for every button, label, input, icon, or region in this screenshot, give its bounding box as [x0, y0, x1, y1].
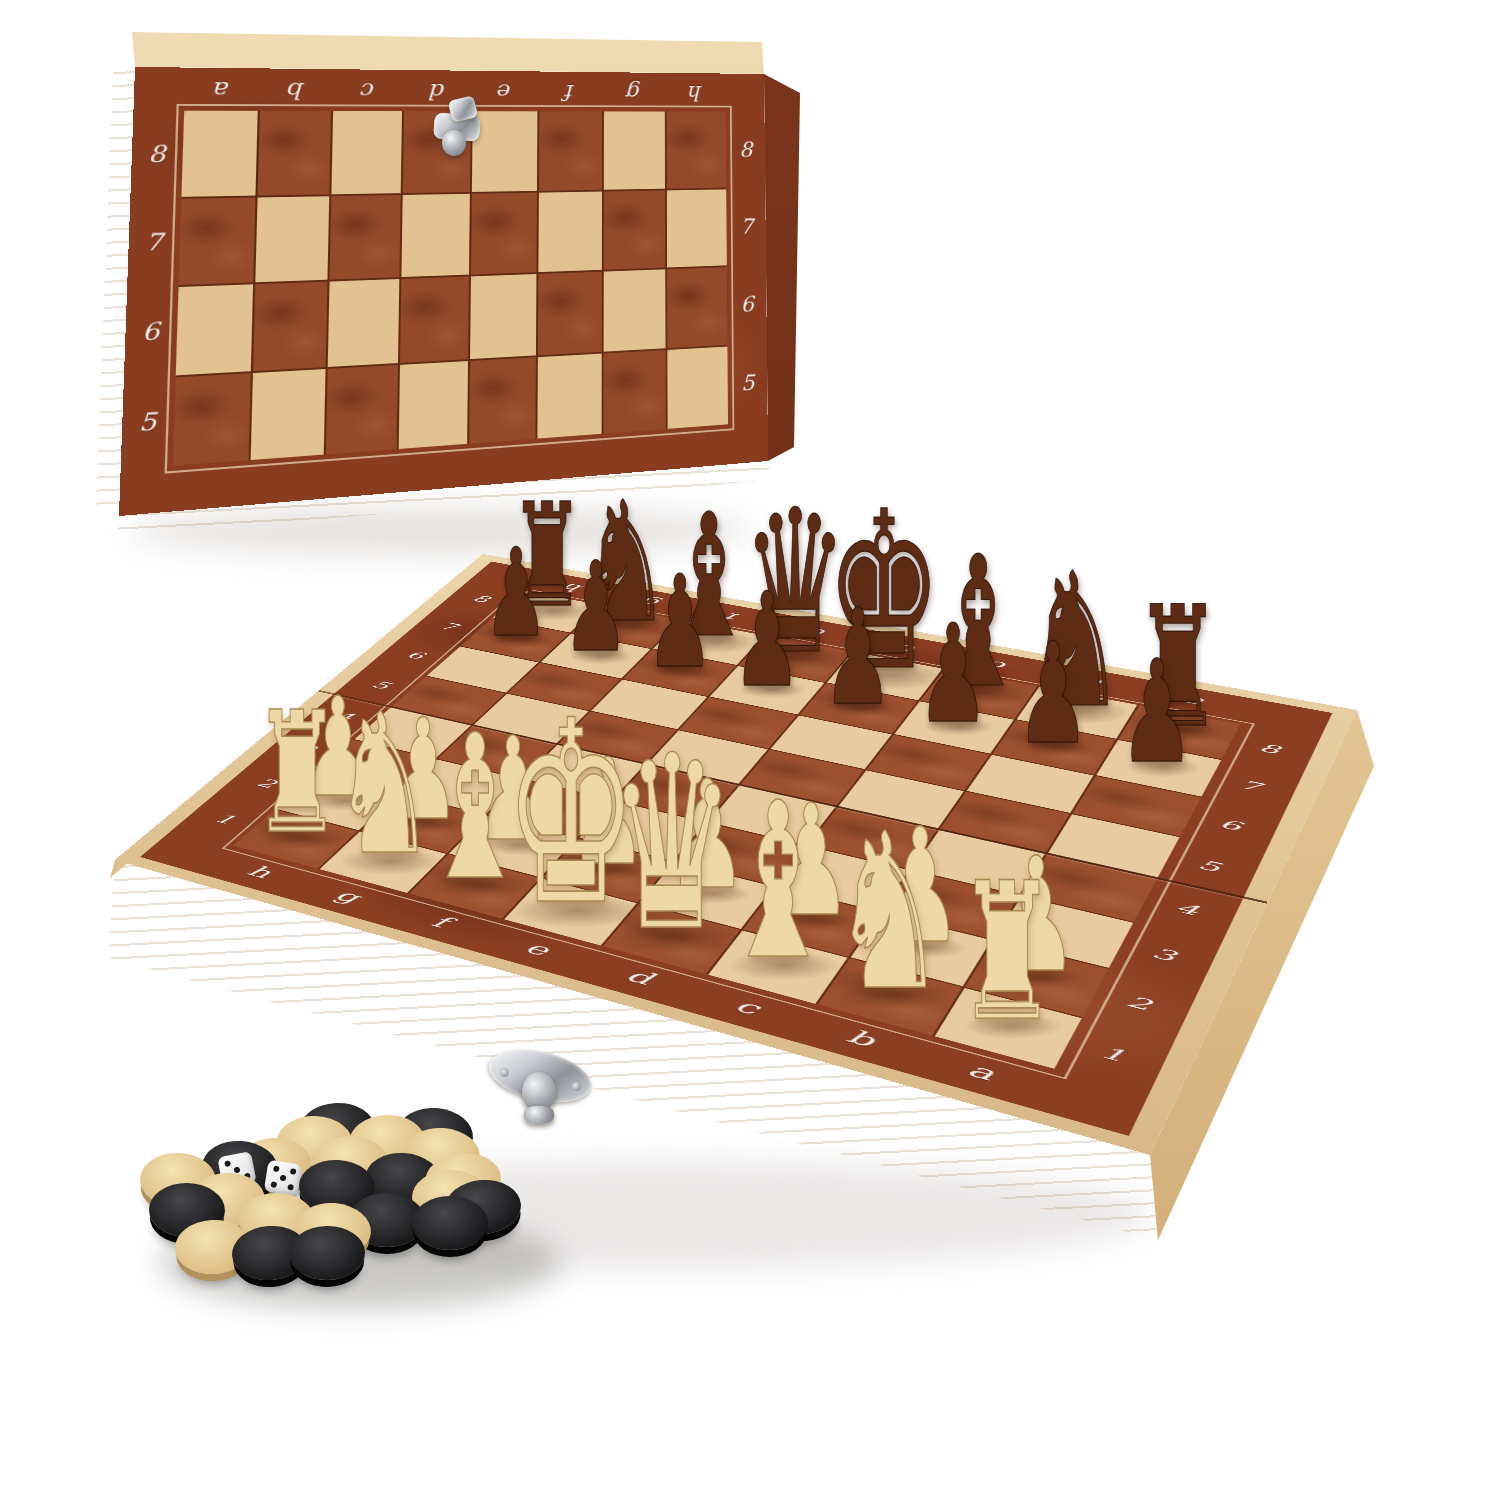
box-coordinate-label: h — [676, 80, 715, 104]
box-square — [258, 111, 331, 195]
box-coordinate-label: 8 — [727, 138, 765, 162]
box-square — [181, 111, 257, 197]
box-coordinate-label: 7 — [128, 228, 179, 257]
box-coordinate-label: a — [198, 76, 247, 103]
box-coordinate-label: 5 — [122, 406, 174, 438]
box-square — [176, 284, 253, 375]
box-square — [470, 274, 536, 359]
box-square — [538, 272, 602, 355]
box-square — [667, 346, 728, 429]
box-square — [667, 267, 727, 348]
die-pip — [280, 1175, 287, 1182]
box-coordinate-label: f — [550, 79, 591, 104]
box-square — [537, 353, 601, 438]
die-pip — [287, 1184, 294, 1191]
box-square — [326, 364, 398, 454]
box-square — [469, 357, 536, 444]
box-checker-grid — [173, 111, 728, 466]
box-square — [401, 193, 469, 277]
die-pip — [289, 1168, 296, 1175]
box-coordinate-label: 7 — [727, 214, 765, 239]
box-square — [251, 369, 326, 461]
dark-checker-disc — [412, 1196, 488, 1250]
box-square — [604, 190, 666, 270]
box-square — [539, 111, 602, 190]
product-photo-scene: abcdefgh88776655 hhggffeeddccbbaa8877665… — [0, 0, 1500, 1500]
box-square — [330, 195, 401, 280]
box-square — [253, 282, 327, 371]
die-pip — [272, 1165, 279, 1172]
box-coordinate-label: g — [614, 80, 654, 104]
checkers-pile — [135, 1080, 565, 1340]
box-square — [667, 189, 727, 268]
die-icon — [264, 1160, 303, 1197]
box-square — [603, 350, 665, 434]
box-coordinate-label: 6 — [125, 316, 176, 346]
die-pip — [224, 1160, 231, 1167]
box-square — [179, 197, 256, 285]
box-coordinate-label: c — [346, 77, 392, 103]
box-square — [472, 111, 538, 191]
box-coordinate-label: e — [484, 79, 527, 104]
box-square — [471, 192, 537, 274]
box-square — [400, 276, 469, 362]
box-square — [604, 269, 666, 351]
box-square — [538, 191, 602, 272]
box-square — [399, 361, 468, 449]
dark-checker-disc — [289, 1225, 366, 1280]
box-square — [328, 279, 400, 366]
die-pip — [270, 1181, 277, 1188]
box-square — [173, 373, 251, 466]
box-coordinate-label: 5 — [728, 369, 767, 396]
box-coordinate-label: 8 — [131, 140, 182, 168]
box-coordinate-label: b — [273, 77, 320, 103]
box-square — [331, 111, 402, 194]
box-square — [667, 112, 727, 189]
box-square — [604, 111, 665, 189]
box-square — [255, 196, 329, 283]
box-coordinate-label: 6 — [728, 291, 767, 317]
